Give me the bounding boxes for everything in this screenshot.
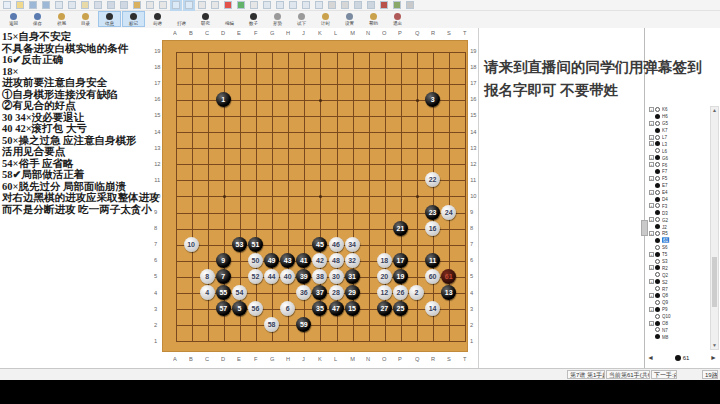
toolbar-button-icon xyxy=(346,13,353,20)
scroll-up-icon[interactable]: ▲ xyxy=(711,107,718,114)
black-stone-icon xyxy=(655,128,660,133)
black-stone-M4: 29 xyxy=(345,285,360,300)
toolbar-button-label: 数子 xyxy=(244,20,263,25)
tree-node-label: F3 xyxy=(662,203,667,208)
toolbar-button-14[interactable]: 计时 xyxy=(314,11,337,27)
toolbar-button-5[interactable]: 信息 xyxy=(98,11,121,27)
prev-move-icon[interactable] xyxy=(276,1,284,9)
black-stone-P8: 21 xyxy=(393,221,408,236)
tree-node-60[interactable]: +R5 xyxy=(649,230,709,237)
tree-node-43[interactable]: H6 xyxy=(649,113,709,120)
grid-line-h xyxy=(176,213,467,214)
coord-letter-bottom: L xyxy=(334,356,337,362)
tree-node-53[interactable]: E7 xyxy=(649,182,709,189)
black-stone-icon xyxy=(655,224,660,229)
toolbar-button-12[interactable]: 形势 xyxy=(266,11,289,27)
tree-node-68[interactable]: R7 xyxy=(649,285,709,292)
coord-number-left: 17 xyxy=(154,80,160,86)
prev-node-button[interactable]: ◄ xyxy=(647,354,654,361)
white-stone-icon xyxy=(655,162,660,167)
coord-letter-top: K xyxy=(318,30,322,36)
rotate-icon[interactable] xyxy=(354,1,362,9)
white-stone-icon xyxy=(655,272,660,277)
coord-number-left: 3 xyxy=(154,306,157,312)
tree-node-label: J2 xyxy=(662,224,667,229)
toolbar-button-icon xyxy=(370,13,377,20)
tree-node-44[interactable]: +G5 xyxy=(649,120,709,127)
current-move-stone-S5: 61 xyxy=(441,269,456,284)
expand-icon[interactable]: + xyxy=(649,231,654,236)
toolbar-button-icon xyxy=(250,13,257,20)
toolbar-button-1[interactable]: 返回 xyxy=(2,11,25,27)
toolbar-button-icon xyxy=(226,13,233,20)
tree-node-62[interactable]: S6 xyxy=(649,244,709,251)
white-stone-icon xyxy=(655,148,660,153)
expand-icon[interactable]: + xyxy=(649,217,654,222)
play-icon[interactable] xyxy=(289,1,297,9)
black-stone-icon xyxy=(655,252,660,257)
coord-letter-bottom: R xyxy=(431,356,435,362)
tree-node-67[interactable]: +S2 xyxy=(649,278,709,285)
white-stone-icon xyxy=(655,176,660,181)
white-stone-F6: 50 xyxy=(248,253,263,268)
coord-letter-bottom: C xyxy=(205,356,209,362)
expand-icon[interactable]: + xyxy=(649,265,654,270)
next-node-button[interactable]: ► xyxy=(710,354,717,361)
tree-node-54[interactable]: +E4 xyxy=(649,189,709,196)
tree-node-label: R7 xyxy=(662,286,668,291)
cut-icon[interactable] xyxy=(55,1,63,9)
coord-number-right: 6 xyxy=(470,257,473,263)
black-stone-icon xyxy=(655,141,660,146)
toolbar-button-label: 打谱 xyxy=(172,20,191,25)
mark-a-icon[interactable] xyxy=(172,1,180,9)
coord-number-right: 18 xyxy=(470,64,476,70)
coord-number-right: 4 xyxy=(470,290,473,296)
coord-number-right: 11 xyxy=(470,177,476,183)
black-stone-icon xyxy=(655,169,660,174)
white-stone-C4: 4 xyxy=(200,285,215,300)
expand-icon[interactable]: + xyxy=(649,252,654,257)
toolbar-button-7[interactable]: 前谱 xyxy=(146,11,169,27)
tree-node-57[interactable]: D3 xyxy=(649,209,709,216)
coord-number-right: 19 xyxy=(470,48,476,54)
coord-number-right: 1 xyxy=(470,338,473,344)
white-stone-M7: 34 xyxy=(345,237,360,252)
tree-node-58[interactable]: +G2 xyxy=(649,216,709,223)
tree-node-69[interactable]: +Q8 xyxy=(649,292,709,299)
black-stone-R16: 3 xyxy=(425,92,440,107)
coord-number-left: 13 xyxy=(154,145,160,151)
white-stone-C5: 8 xyxy=(200,269,215,284)
coord-letter-top: S xyxy=(447,30,451,36)
toolbar-button-icon xyxy=(34,13,41,20)
white-stone-Q4: 2 xyxy=(409,285,424,300)
open-file-icon[interactable] xyxy=(16,1,24,9)
tree-node-label: D4 xyxy=(662,196,668,201)
tree-node-55[interactable]: D4 xyxy=(649,196,709,203)
mark-b-icon[interactable] xyxy=(185,1,193,9)
star-point xyxy=(416,195,419,198)
coord-number-left: 19 xyxy=(154,48,160,54)
white-stone-F3: 56 xyxy=(248,301,263,316)
coord-number-left: 15 xyxy=(154,113,160,119)
toolbar-button-icon xyxy=(58,13,65,20)
tree-node-72[interactable]: Q10 xyxy=(649,313,709,320)
toolbar-button-13[interactable]: 试下 xyxy=(290,11,313,27)
annotation-panel: 15×自身不安定不具备进攻白棋实地的条件16✔反击正确18×进攻前要注意自身安全… xyxy=(0,28,152,368)
white-stone-L4: 28 xyxy=(329,285,344,300)
tree-node-label: Q8 xyxy=(662,293,668,298)
toolbar-button-6[interactable]: 标记 xyxy=(122,11,145,27)
tree-node-label: M8 xyxy=(662,334,668,339)
toolbar-button-3[interactable]: 棋局 xyxy=(50,11,73,27)
coord-letter-bottom: S xyxy=(447,356,451,362)
expand-icon[interactable]: + xyxy=(649,135,654,140)
coord-letter-bottom: N xyxy=(366,356,370,362)
annotation-line-3: 16✔反击正确 xyxy=(0,54,152,66)
black-stone-icon xyxy=(655,307,660,312)
last-move-icon[interactable] xyxy=(315,1,323,9)
tree-node-61[interactable]: 61 xyxy=(649,237,709,244)
tree-node-63[interactable]: +T5 xyxy=(649,251,709,258)
annotation-line-1: 15×自身不安定 xyxy=(0,28,152,43)
scroll-thumb[interactable] xyxy=(712,257,717,307)
copy-icon[interactable] xyxy=(68,1,76,9)
tree-node-59[interactable]: J2 xyxy=(649,223,709,230)
annotation-line-6: ①自身棋形连接没有缺陷 xyxy=(0,89,152,101)
coord-letter-top: L xyxy=(334,30,337,36)
black-stone-D3: 57 xyxy=(216,301,231,316)
tree-node-label: E7 xyxy=(662,183,668,188)
toolbar-button-16[interactable]: 帮助 xyxy=(362,11,385,27)
coord-number-left: 11 xyxy=(154,177,160,183)
white-stone-L6: 48 xyxy=(329,253,344,268)
tree-node-49[interactable]: +G6 xyxy=(649,154,709,161)
black-stone-icon xyxy=(675,355,681,361)
tree-node-label: K6 xyxy=(662,107,668,112)
expand-icon[interactable]: + xyxy=(649,176,654,181)
coord-letter-bottom: H xyxy=(286,356,290,362)
white-stone-icon xyxy=(655,107,660,112)
tree-node-47[interactable]: +L3 xyxy=(649,140,709,147)
board-icon[interactable] xyxy=(133,1,141,9)
coord-number-right: 8 xyxy=(470,225,473,231)
coord-letter-top: R xyxy=(431,30,435,36)
tree-scrollbar[interactable]: ▲ ▼ xyxy=(710,106,719,350)
tree-node-label: F7 xyxy=(662,169,667,174)
toolbar-button-17[interactable]: 退出 xyxy=(386,11,409,27)
toolbar-button-15[interactable]: 设置 xyxy=(338,11,361,27)
tree-node-42[interactable]: +K6 xyxy=(649,106,709,113)
tree-node-73[interactable]: +O8 xyxy=(649,320,709,327)
annotation-line-4: 18× xyxy=(0,66,152,78)
coord-number-left: 18 xyxy=(154,64,160,70)
white-stone-P4: 26 xyxy=(393,285,408,300)
coord-letter-bottom: M xyxy=(350,356,355,362)
white-stone-E4: 54 xyxy=(232,285,247,300)
toolbar-button-label: 试下 xyxy=(292,20,311,25)
coord-number-left: 4 xyxy=(154,290,157,296)
flip-icon[interactable] xyxy=(367,1,375,9)
tree-node-label: T5 xyxy=(662,251,667,256)
paste-icon[interactable] xyxy=(81,1,89,9)
coord-number-left: 6 xyxy=(154,257,157,263)
tree-node-label: S2 xyxy=(662,279,668,284)
tree-node-65[interactable]: +R2 xyxy=(649,264,709,271)
tree-node-label: F5 xyxy=(662,176,667,181)
white-stone-B7: 10 xyxy=(184,237,199,252)
toolbar-button-8[interactable]: 打谱 xyxy=(170,11,193,27)
annotation-line-12: 54×俗手 应省略 xyxy=(0,158,152,170)
status-bar: 第7谱 第1手起当前第61手(共61)下一手:白19路 xyxy=(0,368,720,380)
black-stone-D6: 9 xyxy=(216,253,231,268)
expand-icon[interactable]: + xyxy=(649,107,654,112)
white-stone-icon xyxy=(655,135,660,140)
count-icon[interactable] xyxy=(380,1,388,9)
coord-letter-top: T xyxy=(463,30,466,36)
var-up-icon[interactable] xyxy=(328,1,336,9)
black-stone-P5: 19 xyxy=(393,269,408,284)
tree-node-label: Q9 xyxy=(662,300,668,305)
tree-node-74[interactable]: N7 xyxy=(649,327,709,334)
tree-nav-bar: ◄ 61 ► xyxy=(647,351,717,364)
black-stone-icon xyxy=(655,183,660,188)
white-stone-icon xyxy=(655,231,660,236)
white-stone-L7: 46 xyxy=(329,237,344,252)
star-point xyxy=(319,195,322,198)
black-stone-P3: 25 xyxy=(393,301,408,316)
toolbar-button-icon xyxy=(202,13,209,20)
coord-letter-top: B xyxy=(189,30,193,36)
toolbar-button-icon xyxy=(82,13,89,20)
coord-letter-top: F xyxy=(254,30,257,36)
coord-number-left: 1 xyxy=(154,338,157,344)
tree-node-label: Q2 xyxy=(662,272,668,277)
tree-node-75[interactable]: M8 xyxy=(649,333,709,340)
tree-node-50[interactable]: +F6 xyxy=(649,161,709,168)
expand-icon[interactable]: + xyxy=(649,190,654,195)
black-stone-icon xyxy=(655,279,660,284)
tree-node-70[interactable]: Q9 xyxy=(649,299,709,306)
star-point xyxy=(319,99,322,102)
black-stone-M3: 15 xyxy=(345,301,360,316)
coord-number-left: 16 xyxy=(154,96,160,102)
tree-node-71[interactable]: +P9 xyxy=(649,306,709,313)
black-stone-M5: 31 xyxy=(345,269,360,284)
toolbar-button-label: 保存 xyxy=(28,20,47,25)
coord-number-right: 14 xyxy=(470,129,476,135)
letter-icon[interactable] xyxy=(224,1,232,9)
toolbar-button-label: 信息 xyxy=(100,20,119,25)
annotation-line-10: 50×操之过急 应注意自身棋形 xyxy=(0,135,152,147)
tree-node-56[interactable]: +F3 xyxy=(649,202,709,209)
tree-node-46[interactable]: +L7 xyxy=(649,134,709,141)
coord-letter-top: J xyxy=(302,30,305,36)
annotation-line-16: 而不是分断进攻 吃一两子太贪小 xyxy=(0,204,152,216)
go-board-panel[interactable]: AA1919BB1818CC1717DD1616EE1515FF1414GG13… xyxy=(152,28,478,368)
black-stone-D16: 1 xyxy=(216,92,231,107)
coord-letter-top: D xyxy=(221,30,225,36)
tree-node-64[interactable]: S3 xyxy=(649,258,709,265)
tree-node-label: G5 xyxy=(662,121,668,126)
tree-node-label: K7 xyxy=(662,127,668,132)
toolbar-button-label: 标记 xyxy=(124,20,143,25)
white-stone-icon xyxy=(655,300,660,305)
white-stone-icon xyxy=(655,259,660,264)
delete-icon[interactable] xyxy=(250,1,258,9)
coord-number-right: 17 xyxy=(470,80,476,86)
tree-node-51[interactable]: F7 xyxy=(649,168,709,175)
white-stone-icon xyxy=(655,190,660,195)
current-node-indicator: 61 xyxy=(675,355,690,361)
toolbar-button-icon xyxy=(154,13,161,20)
toolbar-button-icon xyxy=(322,13,329,20)
tree-node-label: 61 xyxy=(662,238,669,243)
expand-icon[interactable]: + xyxy=(649,203,654,208)
zoom-icon[interactable] xyxy=(146,1,154,9)
coord-letter-top: H xyxy=(286,30,290,36)
tree-node-label: G2 xyxy=(662,217,668,222)
black-stone-K7: 45 xyxy=(312,237,327,252)
tree-node-label: R2 xyxy=(662,265,668,270)
coord-number-left: 8 xyxy=(154,225,157,231)
triangle-icon[interactable] xyxy=(198,1,206,9)
toolbar-button-2[interactable]: 保存 xyxy=(26,11,49,27)
next-move-icon[interactable] xyxy=(302,1,310,9)
save-all-icon[interactable] xyxy=(42,1,50,9)
tree-node-48[interactable]: L6 xyxy=(649,147,709,154)
new-file-icon[interactable] xyxy=(3,1,11,9)
grid-line-v xyxy=(369,52,370,343)
white-stone-M6: 32 xyxy=(345,253,360,268)
coord-letter-bottom: E xyxy=(237,356,241,362)
black-stone-icon xyxy=(655,114,660,119)
grid-icon[interactable] xyxy=(159,1,167,9)
black-stone-R9: 23 xyxy=(425,205,440,220)
toolbar-button-4[interactable]: 目录 xyxy=(74,11,97,27)
tree-node-label: G6 xyxy=(662,155,668,160)
tree-node-label: E4 xyxy=(662,189,668,194)
white-stone-icon xyxy=(655,327,660,332)
status-segment-3: 下一手:白 xyxy=(651,370,677,379)
expand-icon[interactable]: + xyxy=(649,155,654,160)
black-stone-icon xyxy=(655,155,660,160)
toolbar-button-icon xyxy=(178,13,185,20)
tree-node-label: N7 xyxy=(662,327,668,332)
toolbar-button-9[interactable]: 研究 xyxy=(194,11,217,27)
black-stone-G6: 49 xyxy=(264,253,279,268)
white-stone-O4: 12 xyxy=(377,285,392,300)
annotation-line-5: 进攻前要注意自身安全 xyxy=(0,77,152,89)
toolbar-button-icon xyxy=(298,13,305,20)
coord-letter-bottom: G xyxy=(270,356,274,362)
announcement-line2: 报名字即可 不要带姓 xyxy=(484,79,720,102)
coord-letter-top: P xyxy=(398,30,402,36)
expand-icon[interactable]: + xyxy=(649,279,654,284)
white-stone-icon xyxy=(655,217,660,222)
black-stone-D5: 7 xyxy=(216,269,231,284)
white-stone-R8: 16 xyxy=(425,221,440,236)
var-down-icon[interactable] xyxy=(341,1,349,9)
save-icon[interactable] xyxy=(29,1,37,9)
expand-icon[interactable]: + xyxy=(649,121,654,126)
coord-number-right: 7 xyxy=(470,241,473,247)
coord-letter-top: Q xyxy=(415,30,419,36)
number-icon[interactable] xyxy=(237,1,245,9)
coord-letter-top: C xyxy=(205,30,209,36)
coord-letter-bottom: O xyxy=(382,356,386,362)
toolbar-button-label: 编辑 xyxy=(220,20,239,25)
print-icon[interactable] xyxy=(94,1,102,9)
toolbar-button-11[interactable]: 数子 xyxy=(242,11,265,27)
coord-letter-bottom: F xyxy=(254,356,257,362)
tree-node-52[interactable]: +F5 xyxy=(649,175,709,182)
pane-splitter-handle[interactable] xyxy=(641,220,648,236)
redo-icon[interactable] xyxy=(120,1,128,9)
coord-letter-bottom: Q xyxy=(415,356,419,362)
toolbar-button-10[interactable]: 编辑 xyxy=(218,11,241,27)
grid-line-h xyxy=(176,341,467,342)
black-stone-R6: 11 xyxy=(425,253,440,268)
toolbar-button-label: 研究 xyxy=(196,20,215,25)
toolbar-button-label: 前谱 xyxy=(148,20,167,25)
expand-icon[interactable]: + xyxy=(649,321,654,326)
expand-icon[interactable]: + xyxy=(649,293,654,298)
undo-icon[interactable] xyxy=(107,1,115,9)
move-tree[interactable]: +K6H6+G5K7+L7+L3L6+G6+F6F7+F5E7+E4D4+F3D… xyxy=(649,106,709,348)
coord-number-right: 13 xyxy=(470,145,476,151)
score-icon[interactable] xyxy=(393,1,401,9)
coord-letter-bottom: B xyxy=(189,356,193,362)
black-stone-P6: 17 xyxy=(393,253,408,268)
tree-node-45[interactable]: K7 xyxy=(649,127,709,134)
search-icon[interactable] xyxy=(406,1,414,9)
black-stone-icon xyxy=(655,334,660,339)
square-icon[interactable] xyxy=(211,1,219,9)
coord-number-right: 10 xyxy=(470,193,476,199)
expand-icon[interactable]: + xyxy=(649,162,654,167)
white-stone-S9: 24 xyxy=(441,205,456,220)
coord-number-left: 14 xyxy=(154,129,160,135)
coord-letter-bottom: A xyxy=(173,356,177,362)
toolbar-button-label: 帮助 xyxy=(364,20,383,25)
black-stone-icon xyxy=(655,321,660,326)
black-stone-E3: 5 xyxy=(232,301,247,316)
white-stone-R5: 60 xyxy=(425,269,440,284)
coord-number-left: 12 xyxy=(154,161,160,167)
scroll-down-icon[interactable]: ▼ xyxy=(711,342,718,349)
first-move-icon[interactable] xyxy=(263,1,271,9)
tree-node-label: S6 xyxy=(662,245,668,250)
black-stone-icon xyxy=(655,293,660,298)
status-segment-2: 当前第61手(共61) xyxy=(606,370,650,379)
coord-number-right: 15 xyxy=(470,113,476,119)
annotation-line-8: 30 34×没必要退让 xyxy=(0,112,152,124)
white-stone-O5: 20 xyxy=(377,269,392,284)
annotation-line-15: 对右边黑棋的进攻应采取整体进攻 xyxy=(0,192,152,204)
black-stone-O3: 27 xyxy=(377,301,392,316)
expand-icon[interactable]: + xyxy=(649,141,654,146)
tree-node-66[interactable]: Q2 xyxy=(649,271,709,278)
expand-icon[interactable]: + xyxy=(649,307,654,312)
announcement-line1: 请来到直播间的同学们用弹幕签到 xyxy=(484,56,720,79)
go-software-window: 返回保存棋局目录信息标记前谱打谱研究编辑数子形势试下计时设置帮助退出 15×自身… xyxy=(0,0,720,380)
toolbar-button-label: 棋局 xyxy=(52,20,71,25)
annotation-line-2: 不具备进攻白棋实地的条件 xyxy=(0,43,152,55)
annotation-line-7: ②有见合的好点 xyxy=(0,100,152,112)
coord-number-right: 5 xyxy=(470,274,473,280)
